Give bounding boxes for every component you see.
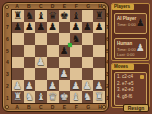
square-g6[interactable]: [82, 33, 94, 45]
white-pawn[interactable]: ♟: [71, 81, 80, 91]
white-pawn-icon: ♟: [136, 43, 145, 53]
white-bishop[interactable]: ♝: [71, 92, 80, 102]
square-d7[interactable]: ♟: [47, 22, 59, 34]
square-a2[interactable]: ♟: [12, 80, 24, 92]
white-pawn[interactable]: ♟: [48, 81, 57, 91]
square-c1[interactable]: ♝: [35, 91, 47, 103]
last-move-indicator: [68, 43, 72, 47]
frame-bolt-icon: [5, 105, 9, 109]
square-b3[interactable]: [24, 68, 36, 80]
file-label: H: [94, 104, 106, 111]
square-a4[interactable]: [12, 57, 24, 69]
square-d5[interactable]: [47, 45, 59, 57]
square-b6[interactable]: [24, 33, 36, 45]
square-d1[interactable]: ♛: [47, 91, 59, 103]
square-d8[interactable]: ♛: [47, 10, 59, 22]
black-pawn[interactable]: ♟: [37, 22, 46, 32]
rank-label: 1: [4, 92, 11, 104]
black-pawn[interactable]: ♟: [13, 22, 22, 32]
moves-panel-header: Moves: [112, 64, 134, 70]
move-list-item[interactable]: 4. g8-f6: [117, 94, 144, 101]
square-e4[interactable]: [59, 57, 71, 69]
scroll-up-icon[interactable]: [140, 75, 144, 79]
square-f8[interactable]: ♝: [70, 10, 82, 22]
file-label: B: [23, 104, 35, 111]
square-b5[interactable]: [24, 45, 36, 57]
white-rook[interactable]: ♜: [95, 92, 104, 102]
black-pawn[interactable]: ♟: [95, 22, 104, 32]
square-h2[interactable]: ♟: [93, 80, 105, 92]
square-g5[interactable]: [82, 45, 94, 57]
file-label: G: [82, 104, 94, 111]
black-pawn[interactable]: ♟: [71, 22, 80, 32]
moves-panel: Moves 1. c2-c42. e7-e53. e2-e34. g8-f6: [111, 63, 150, 108]
rank-label: 8: [4, 9, 11, 21]
square-c5[interactable]: [35, 45, 47, 57]
white-pawn[interactable]: ♟: [25, 81, 34, 91]
square-f5[interactable]: [70, 45, 82, 57]
rank-label: 3: [4, 68, 11, 80]
square-c8[interactable]: ♝: [35, 10, 47, 22]
black-rook[interactable]: ♜: [13, 11, 22, 21]
black-knight[interactable]: ♞: [71, 34, 80, 44]
square-h6[interactable]: [93, 33, 105, 45]
white-pawn[interactable]: ♟: [37, 57, 46, 67]
square-g1[interactable]: ♞: [82, 91, 94, 103]
square-b8[interactable]: ♞: [24, 10, 36, 22]
player-card-white[interactable]: Human Time: 0:00 Last: 0:00 ♟: [114, 38, 147, 59]
black-pawn-icon: ♟: [136, 18, 145, 28]
square-f4[interactable]: [70, 57, 82, 69]
square-a3[interactable]: [12, 68, 24, 80]
white-king[interactable]: ♚: [60, 92, 69, 102]
square-a5[interactable]: [12, 45, 24, 57]
rank-label: 2: [4, 80, 11, 92]
square-h4[interactable]: [93, 57, 105, 69]
square-f3[interactable]: [70, 68, 82, 80]
square-e2[interactable]: [59, 80, 71, 92]
square-e7[interactable]: [59, 22, 71, 34]
resign-button[interactable]: Resign: [123, 104, 149, 112]
black-queen[interactable]: ♛: [48, 11, 57, 21]
rank-labels-left: 87654321: [4, 9, 11, 104]
white-pawn[interactable]: ♟: [95, 81, 104, 91]
black-pawn[interactable]: ♟: [60, 46, 69, 56]
white-pawn[interactable]: ♟: [83, 81, 92, 91]
square-a1[interactable]: ♜: [12, 91, 24, 103]
square-e8[interactable]: ♚: [59, 10, 71, 22]
square-e1[interactable]: ♚: [59, 91, 71, 103]
move-list[interactable]: 1. c2-c42. e7-e53. e2-e34. g8-f6: [114, 72, 147, 106]
square-c6[interactable]: [35, 33, 47, 45]
black-bishop[interactable]: ♝: [71, 11, 80, 21]
square-d6[interactable]: [47, 33, 59, 45]
file-label: C: [35, 104, 47, 111]
white-rook[interactable]: ♜: [13, 92, 22, 102]
players-panel-header: Players: [112, 4, 134, 10]
file-label: A: [11, 104, 23, 111]
black-pawn[interactable]: ♟: [48, 22, 57, 32]
square-c7[interactable]: ♟: [35, 22, 47, 34]
rank-label: 5: [4, 45, 11, 57]
chess-board: ♜♞♝♛♚♝♜♟♟♟♟♟♟♟♞♟♟♟♟♟♟♟♟♟♜♞♝♛♚♝♞♜: [11, 9, 106, 104]
white-queen[interactable]: ♛: [48, 92, 57, 102]
square-h7[interactable]: ♟: [93, 22, 105, 34]
square-f1[interactable]: ♝: [70, 91, 82, 103]
black-knight[interactable]: ♞: [25, 11, 34, 21]
white-pawn[interactable]: ♟: [13, 81, 22, 91]
square-b1[interactable]: ♞: [24, 91, 36, 103]
players-panel: Players AI Player Time: 0:00 ♟ Human Tim…: [111, 3, 150, 61]
square-h5[interactable]: [93, 45, 105, 57]
black-rook[interactable]: ♜: [95, 11, 104, 21]
file-label: D: [47, 104, 59, 111]
square-c2[interactable]: [35, 80, 47, 92]
square-f7[interactable]: ♟: [70, 22, 82, 34]
square-g3[interactable]: [82, 68, 94, 80]
square-a7[interactable]: ♟: [12, 22, 24, 34]
square-d4[interactable]: [47, 57, 59, 69]
white-knight[interactable]: ♞: [83, 92, 92, 102]
square-b4[interactable]: [24, 57, 36, 69]
white-pawn[interactable]: ♟: [60, 69, 69, 79]
white-bishop[interactable]: ♝: [37, 92, 46, 102]
square-e3[interactable]: ♟: [59, 68, 71, 80]
square-a6[interactable]: [12, 33, 24, 45]
black-king[interactable]: ♚: [60, 11, 69, 21]
file-labels-bottom: ABCDEFGH: [11, 104, 106, 111]
square-a8[interactable]: ♜: [12, 10, 24, 22]
chess-board-frame: ABCDEFGH ABCDEFGH 87654321 87654321 ♜♞♝♛…: [2, 2, 109, 112]
player-card-black[interactable]: AI Player Time: 0:00 ♟: [114, 13, 147, 34]
rank-label: 6: [4, 33, 11, 45]
square-g8[interactable]: [82, 10, 94, 22]
square-b7[interactable]: ♟: [24, 22, 36, 34]
square-g2[interactable]: ♟: [82, 80, 94, 92]
square-d3[interactable]: [47, 68, 59, 80]
square-c3[interactable]: [35, 68, 47, 80]
file-label: E: [59, 104, 71, 111]
file-label: F: [70, 104, 82, 111]
black-bishop[interactable]: ♝: [37, 11, 46, 21]
black-pawn[interactable]: ♟: [83, 22, 92, 32]
rank-label: 7: [4, 21, 11, 33]
rank-label: 4: [4, 57, 11, 69]
black-pawn[interactable]: ♟: [25, 22, 34, 32]
square-b2[interactable]: ♟: [24, 80, 36, 92]
square-d2[interactable]: ♟: [47, 80, 59, 92]
square-g4[interactable]: [82, 57, 94, 69]
square-c4[interactable]: ♟: [35, 57, 47, 69]
square-h8[interactable]: ♜: [93, 10, 105, 22]
square-g7[interactable]: ♟: [82, 22, 94, 34]
square-h3[interactable]: [93, 68, 105, 80]
square-f2[interactable]: ♟: [70, 80, 82, 92]
square-h1[interactable]: ♜: [93, 91, 105, 103]
white-knight[interactable]: ♞: [25, 92, 34, 102]
